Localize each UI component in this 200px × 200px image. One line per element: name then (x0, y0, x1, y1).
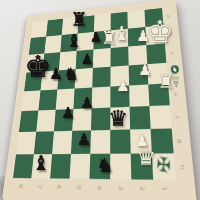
coordinate-label-rank-7: 7 (37, 184, 42, 188)
square-c4[interactable] (93, 48, 111, 68)
piece-white-rook-b4[interactable]: ♜ (101, 29, 117, 47)
square-h6[interactable] (50, 154, 71, 179)
piece-black-pawn-c7[interactable]: ♟ (49, 67, 62, 82)
square-f1[interactable] (149, 105, 171, 129)
coordinate-label-rank-3: 3 (118, 186, 123, 190)
coordinate-label-rank-5: 5 (76, 185, 81, 189)
board-corner-emblem-icon: ✠ (154, 155, 173, 178)
square-h5[interactable] (70, 154, 91, 179)
square-e7[interactable] (38, 89, 57, 110)
coordinate-label-file-h: h (179, 165, 185, 169)
square-g4[interactable] (90, 130, 110, 154)
square-g3[interactable] (110, 129, 131, 153)
piece-white-pawn-d2[interactable]: ♟ (138, 63, 151, 78)
piece-white-pawn-e3[interactable]: ♟ (116, 79, 129, 94)
coordinate-label-rank-1: 1 (162, 187, 168, 192)
square-d4[interactable] (92, 67, 110, 88)
coordinate-label-rank-4: 4 (97, 185, 102, 189)
square-a7[interactable] (46, 19, 63, 37)
piece-black-pawn-c5[interactable]: ♟ (81, 52, 94, 66)
piece-black-pawn-g5[interactable]: ♟ (77, 132, 91, 148)
piece-black-rook-a6[interactable]: ♜ (70, 10, 87, 29)
piece-black-pawn-e5[interactable]: ♟ (80, 96, 93, 111)
coordinate-label-rank-2: 2 (139, 186, 145, 190)
piece-black-bishop-b6[interactable]: ♝ (66, 32, 82, 50)
square-c3[interactable] (111, 47, 129, 67)
square-f2[interactable] (130, 106, 151, 129)
square-f7[interactable] (36, 110, 55, 132)
piece-black-knight-d6[interactable]: ♞ (63, 66, 78, 83)
piece-black-knight-h4[interactable]: ♞ (96, 156, 113, 175)
coordinate-label-file-e: e (173, 93, 178, 97)
piece-white-king-b1[interactable]: ♚ (147, 17, 174, 47)
photo-background: 87654321abcdefgh ✠ ♞ CHESS ♚♜♝♝♞♞♛♟♟♟♟♟♟… (0, 0, 200, 200)
piece-black-queen-f3[interactable]: ♛ (108, 108, 128, 130)
coordinate-label-rank-6: 6 (56, 185, 61, 189)
square-e2[interactable] (129, 84, 149, 106)
piece-black-king-c8[interactable]: ♚ (25, 52, 52, 82)
piece-black-pawn-e6[interactable]: ♟ (61, 106, 74, 121)
coordinate-label-file-g: g (177, 139, 183, 143)
square-g6[interactable] (52, 131, 72, 154)
coordinate-label-rank-8: 8 (18, 184, 23, 188)
coordinate-label-file-c: c (169, 52, 174, 55)
piece-white-rook-d1[interactable]: ♜ (157, 72, 174, 91)
piece-white-queen-h2[interactable]: ♛ (136, 147, 156, 169)
piece-black-bishop-h7[interactable]: ♝ (32, 153, 50, 173)
coordinate-label-file-f: f (174, 116, 179, 118)
